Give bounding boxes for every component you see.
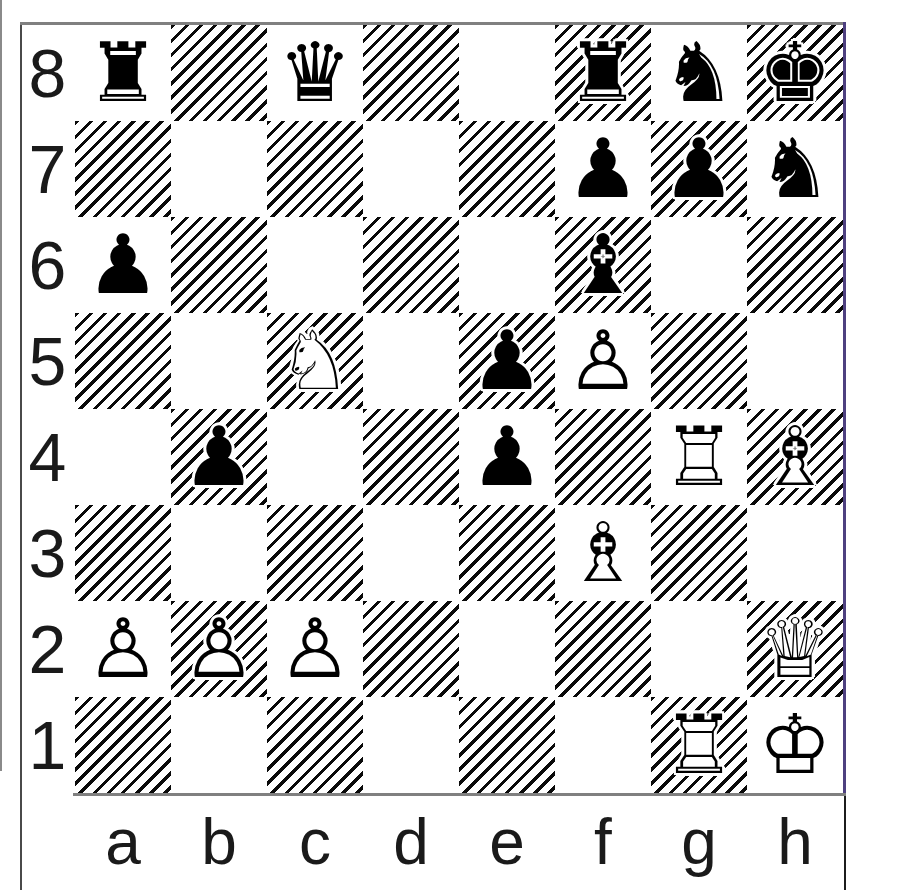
black-pawn[interactable]: ♟ <box>470 409 544 505</box>
white-piece-outline: ♙ <box>566 313 640 409</box>
white-bishop[interactable]: ♝♗ <box>758 409 832 505</box>
chess-board: ♜♛♜♞♚♟♟♞♟♝♞♘♟♟♙♟♟♜♖♝♗♝♗♟♙♟♙♟♙♛♕♜♖♚♔ <box>75 25 843 793</box>
file-labels: a b c d e f g h <box>75 798 843 886</box>
white-piece-outline: ♘ <box>278 313 352 409</box>
square-e1[interactable] <box>459 697 555 793</box>
board-right-border <box>843 22 846 793</box>
board-left-border <box>0 0 2 771</box>
white-pawn[interactable]: ♟♙ <box>566 313 640 409</box>
square-d7[interactable] <box>363 121 459 217</box>
black-pawn[interactable]: ♟ <box>182 409 256 505</box>
file-label-b: b <box>171 798 267 886</box>
square-a3[interactable] <box>75 505 171 601</box>
square-b1[interactable] <box>171 697 267 793</box>
rank-label-1: 1 <box>22 697 73 793</box>
file-label-d: d <box>363 798 459 886</box>
square-e8[interactable] <box>459 25 555 121</box>
square-e7[interactable] <box>459 121 555 217</box>
black-pawn[interactable]: ♟ <box>662 121 736 217</box>
square-b5[interactable] <box>171 313 267 409</box>
black-pawn[interactable]: ♟ <box>86 217 160 313</box>
black-pawn[interactable]: ♟ <box>470 313 544 409</box>
square-h4[interactable]: ♝♗ <box>747 409 843 505</box>
square-d1[interactable] <box>363 697 459 793</box>
square-h1[interactable]: ♚♔ <box>747 697 843 793</box>
black-king[interactable]: ♚ <box>758 25 832 121</box>
square-f6[interactable]: ♝ <box>555 217 651 313</box>
square-c3[interactable] <box>267 505 363 601</box>
rank-label-3: 3 <box>22 505 73 601</box>
white-piece-outline: ♙ <box>278 601 352 697</box>
square-a2[interactable]: ♟♙ <box>75 601 171 697</box>
square-f7[interactable]: ♟ <box>555 121 651 217</box>
white-piece-outline: ♖ <box>662 409 736 505</box>
rank-label-5: 5 <box>22 313 73 409</box>
file-label-a: a <box>75 798 171 886</box>
square-a8[interactable]: ♜ <box>75 25 171 121</box>
file-label-f: f <box>555 798 651 886</box>
square-c5[interactable]: ♞♘ <box>267 313 363 409</box>
white-queen[interactable]: ♛♕ <box>758 601 832 697</box>
square-a7[interactable] <box>75 121 171 217</box>
outer-right-border <box>844 793 846 890</box>
white-piece-outline: ♗ <box>566 505 640 601</box>
square-c6[interactable] <box>267 217 363 313</box>
square-d3[interactable] <box>363 505 459 601</box>
white-piece-outline: ♗ <box>758 409 832 505</box>
square-a6[interactable]: ♟ <box>75 217 171 313</box>
square-h2[interactable]: ♛♕ <box>747 601 843 697</box>
square-g6[interactable] <box>651 217 747 313</box>
square-c8[interactable]: ♛ <box>267 25 363 121</box>
rank-label-6: 6 <box>22 217 73 313</box>
black-bishop[interactable]: ♝ <box>566 217 640 313</box>
rank-label-8: 8 <box>22 25 73 121</box>
white-rook[interactable]: ♜♖ <box>662 697 736 793</box>
chess-diagram: 8 7 6 5 4 3 2 1 ♜♛♜♞♚♟♟♞♟♝♞♘♟♟♙♟♟♜♖♝♗♝♗♟… <box>0 0 900 890</box>
square-e6[interactable] <box>459 217 555 313</box>
square-a1[interactable] <box>75 697 171 793</box>
file-label-e: e <box>459 798 555 886</box>
square-c7[interactable] <box>267 121 363 217</box>
square-e5[interactable]: ♟ <box>459 313 555 409</box>
black-pawn[interactable]: ♟ <box>566 121 640 217</box>
square-d4[interactable] <box>363 409 459 505</box>
square-d5[interactable] <box>363 313 459 409</box>
square-h7[interactable]: ♞ <box>747 121 843 217</box>
square-h5[interactable] <box>747 313 843 409</box>
square-e4[interactable]: ♟ <box>459 409 555 505</box>
square-g5[interactable] <box>651 313 747 409</box>
square-g1[interactable]: ♜♖ <box>651 697 747 793</box>
square-f1[interactable] <box>555 697 651 793</box>
square-b6[interactable] <box>171 217 267 313</box>
white-piece-outline: ♙ <box>86 601 160 697</box>
square-e2[interactable] <box>459 601 555 697</box>
white-knight[interactable]: ♞♘ <box>278 313 352 409</box>
file-label-h: h <box>747 798 843 886</box>
square-b3[interactable] <box>171 505 267 601</box>
square-f3[interactable]: ♝♗ <box>555 505 651 601</box>
rank-label-2: 2 <box>22 601 73 697</box>
square-h3[interactable] <box>747 505 843 601</box>
square-c2[interactable]: ♟♙ <box>267 601 363 697</box>
square-f5[interactable]: ♟♙ <box>555 313 651 409</box>
square-g4[interactable]: ♜♖ <box>651 409 747 505</box>
white-piece-outline: ♕ <box>758 601 832 697</box>
white-piece-outline: ♔ <box>758 697 832 793</box>
square-f4[interactable] <box>555 409 651 505</box>
black-knight[interactable]: ♞ <box>758 121 832 217</box>
square-c4[interactable] <box>267 409 363 505</box>
rank-label-4: 4 <box>22 409 73 505</box>
black-queen[interactable]: ♛ <box>278 25 352 121</box>
square-d8[interactable] <box>363 25 459 121</box>
square-f8[interactable]: ♜ <box>555 25 651 121</box>
square-g2[interactable] <box>651 601 747 697</box>
square-g8[interactable]: ♞ <box>651 25 747 121</box>
square-g3[interactable] <box>651 505 747 601</box>
white-bishop[interactable]: ♝♗ <box>566 505 640 601</box>
square-h6[interactable] <box>747 217 843 313</box>
square-e3[interactable] <box>459 505 555 601</box>
square-d6[interactable] <box>363 217 459 313</box>
white-pawn[interactable]: ♟♙ <box>182 601 256 697</box>
white-piece-outline: ♖ <box>662 697 736 793</box>
file-label-c: c <box>267 798 363 886</box>
square-g7[interactable]: ♟ <box>651 121 747 217</box>
white-rook[interactable]: ♜♖ <box>662 409 736 505</box>
square-b8[interactable] <box>171 25 267 121</box>
square-b7[interactable] <box>171 121 267 217</box>
white-pawn[interactable]: ♟♙ <box>86 601 160 697</box>
file-label-g: g <box>651 798 747 886</box>
square-f2[interactable] <box>555 601 651 697</box>
square-b2[interactable]: ♟♙ <box>171 601 267 697</box>
white-pawn[interactable]: ♟♙ <box>278 601 352 697</box>
square-a4[interactable] <box>75 409 171 505</box>
black-knight[interactable]: ♞ <box>662 25 736 121</box>
square-c1[interactable] <box>267 697 363 793</box>
board-bottom-border <box>73 793 846 796</box>
black-rook[interactable]: ♜ <box>566 25 640 121</box>
rank-label-7: 7 <box>22 121 73 217</box>
square-a5[interactable] <box>75 313 171 409</box>
white-king[interactable]: ♚♔ <box>758 697 832 793</box>
square-d2[interactable] <box>363 601 459 697</box>
rank-labels: 8 7 6 5 4 3 2 1 <box>22 25 73 793</box>
white-piece-outline: ♙ <box>182 601 256 697</box>
black-rook[interactable]: ♜ <box>86 25 160 121</box>
square-b4[interactable]: ♟ <box>171 409 267 505</box>
square-h8[interactable]: ♚ <box>747 25 843 121</box>
